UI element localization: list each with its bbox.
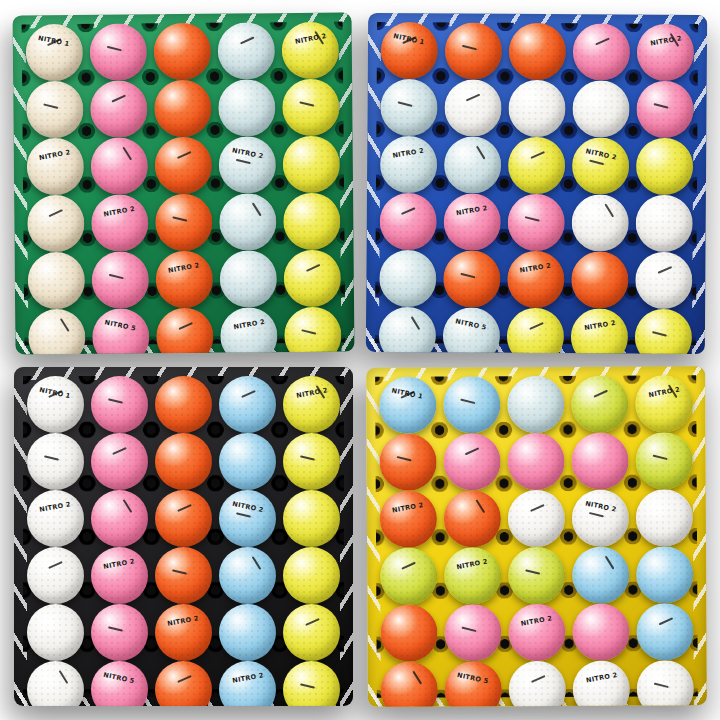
golf-ball-white bbox=[509, 661, 566, 707]
golf-ball-skyblue bbox=[219, 490, 276, 547]
golf-ball-pink bbox=[637, 81, 694, 138]
golf-ball-orange bbox=[155, 137, 212, 194]
golf-ball-pink bbox=[91, 376, 148, 433]
golf-ball-yellow bbox=[283, 433, 340, 490]
golf-ball-skyblue bbox=[379, 377, 436, 434]
golf-ball-white bbox=[637, 660, 694, 707]
golf-ball-pink bbox=[91, 604, 148, 661]
golf-ball-cream bbox=[27, 195, 84, 252]
tray-top-left-green bbox=[13, 13, 355, 355]
golf-ball-paleblue bbox=[380, 136, 437, 193]
golf-ball-cream bbox=[28, 309, 85, 355]
golf-ball-skyblue bbox=[572, 547, 629, 604]
golf-ball-pink bbox=[507, 433, 564, 490]
golf-ball-white bbox=[508, 80, 565, 137]
golf-ball-paleblue bbox=[443, 307, 500, 354]
golf-ball-yellowgreen bbox=[444, 547, 501, 604]
golf-ball-white bbox=[636, 195, 693, 252]
golf-ball-pink bbox=[91, 547, 148, 604]
golf-ball-white bbox=[27, 490, 84, 547]
golf-ball-orange bbox=[509, 23, 566, 80]
golf-ball-yellow bbox=[282, 22, 339, 79]
golf-ball-yellowgreen bbox=[636, 432, 693, 489]
golf-ball-pink bbox=[443, 193, 500, 250]
golf-ball-pink bbox=[91, 433, 148, 490]
golf-ball-pink bbox=[637, 24, 694, 81]
golf-ball-pink bbox=[90, 137, 147, 194]
golf-ball-paleblue bbox=[444, 136, 501, 193]
golf-ball-pink bbox=[508, 194, 565, 251]
golf-ball-paleblue bbox=[218, 79, 275, 136]
golf-ball-paleblue bbox=[380, 79, 437, 136]
golf-ball-pink bbox=[91, 661, 148, 706]
golf-ball-paleblue bbox=[220, 307, 277, 354]
golf-ball-white bbox=[27, 376, 84, 433]
golf-ball-paleblue bbox=[379, 250, 436, 307]
golf-ball-pink bbox=[573, 23, 630, 80]
golf-ball-yellow bbox=[635, 309, 692, 354]
golf-ball-skyblue bbox=[219, 433, 276, 490]
golf-ball-orange bbox=[155, 194, 212, 251]
golf-ball-paleblue bbox=[378, 307, 435, 354]
golf-ball-orange bbox=[154, 80, 211, 137]
golf-ball-yellow bbox=[283, 193, 340, 250]
ball-grid bbox=[22, 22, 346, 346]
golf-ball-yellow bbox=[283, 490, 340, 547]
golf-ball-orange bbox=[156, 251, 213, 308]
golf-ball-orange bbox=[155, 376, 212, 433]
golf-ball-orange bbox=[155, 661, 212, 706]
golf-ball-orange bbox=[154, 23, 211, 80]
golf-ball-pink bbox=[91, 251, 148, 308]
golf-ball-orange bbox=[380, 22, 437, 79]
golf-ball-paleblue bbox=[219, 136, 276, 193]
golf-ball-orange bbox=[380, 605, 437, 662]
golf-ball-pink bbox=[91, 490, 148, 547]
golf-ball-orange bbox=[379, 491, 436, 548]
golf-ball-cream bbox=[26, 81, 83, 138]
golf-ball-skyblue bbox=[443, 376, 500, 433]
golf-ball-orange bbox=[156, 308, 213, 355]
ball-grid bbox=[23, 376, 344, 697]
golf-ball-orange bbox=[155, 433, 212, 490]
golf-ball-cream bbox=[27, 252, 84, 309]
golf-ball-yellow bbox=[283, 547, 340, 604]
golf-ball-pink bbox=[91, 194, 148, 251]
golf-ball-cream bbox=[26, 138, 83, 195]
golf-ball-white bbox=[572, 194, 629, 251]
golf-ball-skyblue bbox=[219, 604, 276, 661]
golf-ball-pink bbox=[573, 604, 630, 661]
golf-ball-yellow bbox=[283, 136, 340, 193]
golf-ball-yellowgreen bbox=[380, 548, 437, 605]
golf-ball-white bbox=[636, 252, 693, 309]
golf-ball-yellow bbox=[571, 308, 628, 354]
golf-ball-pink bbox=[90, 80, 147, 137]
golf-ball-white bbox=[573, 661, 630, 707]
photo-canvas bbox=[0, 0, 720, 720]
golf-ball-pink bbox=[92, 308, 149, 354]
golf-ball-orange bbox=[444, 661, 501, 707]
golf-ball-white bbox=[27, 661, 84, 706]
golf-ball-pink bbox=[89, 23, 146, 80]
tray-top-right-blue bbox=[366, 13, 707, 354]
ball-grid bbox=[375, 375, 698, 698]
golf-ball-orange bbox=[155, 604, 212, 661]
golf-ball-white bbox=[444, 79, 501, 136]
golf-ball-skyblue bbox=[219, 661, 276, 706]
tray-bottom-right-yellow bbox=[366, 366, 707, 707]
golf-ball-yellow bbox=[572, 137, 629, 194]
golf-ball-pink bbox=[572, 433, 629, 490]
golf-ball-white bbox=[572, 490, 629, 547]
golf-ball-cream bbox=[25, 24, 82, 81]
golf-ball-paleblue bbox=[218, 22, 275, 79]
golf-ball-paleblue bbox=[220, 250, 277, 307]
golf-ball-white bbox=[27, 604, 84, 661]
golf-ball-pink bbox=[443, 433, 500, 490]
golf-ball-yellow bbox=[283, 661, 340, 706]
golf-ball-paleblue bbox=[219, 193, 276, 250]
golf-ball-yellow bbox=[636, 375, 693, 432]
golf-ball-yellow bbox=[282, 79, 339, 136]
golf-ball-orange bbox=[443, 250, 500, 307]
golf-ball-orange bbox=[445, 22, 502, 79]
golf-ball-pink bbox=[379, 193, 436, 250]
golf-ball-yellow bbox=[283, 376, 340, 433]
golf-ball-pink bbox=[508, 604, 565, 661]
ball-grid bbox=[375, 22, 698, 345]
golf-ball-yellow bbox=[284, 250, 341, 307]
golf-ball-yellow bbox=[284, 307, 341, 355]
golf-ball-orange bbox=[379, 434, 436, 491]
golf-ball-skyblue bbox=[636, 546, 693, 603]
golf-ball-yellowgreen bbox=[571, 376, 628, 433]
golf-ball-yellow bbox=[508, 137, 565, 194]
tray-bottom-left-black bbox=[14, 367, 353, 706]
golf-ball-yellowgreen bbox=[508, 547, 565, 604]
golf-ball-skyblue bbox=[637, 603, 694, 660]
golf-ball-skyblue bbox=[219, 547, 276, 604]
golf-ball-yellow bbox=[283, 604, 340, 661]
golf-ball-skyblue bbox=[219, 376, 276, 433]
golf-ball-white bbox=[508, 490, 565, 547]
golf-ball-orange bbox=[444, 490, 501, 547]
golf-ball-orange bbox=[571, 251, 628, 308]
golf-ball-white bbox=[27, 547, 84, 604]
golf-ball-white bbox=[27, 433, 84, 490]
golf-ball-orange bbox=[155, 490, 212, 547]
golf-ball-white bbox=[636, 489, 693, 546]
golf-ball-pink bbox=[444, 604, 501, 661]
golf-ball-orange bbox=[507, 251, 564, 308]
golf-ball-paleblue bbox=[507, 376, 564, 433]
golf-ball-yellow bbox=[507, 308, 564, 354]
golf-ball-white bbox=[573, 80, 630, 137]
golf-ball-orange bbox=[380, 662, 437, 707]
golf-ball-yellow bbox=[636, 138, 693, 195]
golf-ball-orange bbox=[155, 547, 212, 604]
